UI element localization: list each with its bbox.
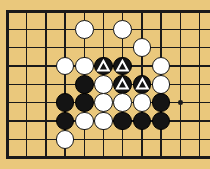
white-stone[interactable] — [133, 93, 152, 112]
black-stone-triangle-marked[interactable] — [133, 75, 152, 94]
grid-line — [6, 47, 210, 48]
black-stone[interactable] — [152, 93, 171, 112]
white-stone[interactable] — [113, 93, 132, 112]
black-stone[interactable] — [133, 112, 152, 131]
white-stone[interactable] — [113, 20, 132, 39]
white-stone[interactable] — [56, 130, 75, 149]
white-stone[interactable] — [152, 75, 171, 94]
black-stone-triangle-marked[interactable] — [113, 57, 132, 76]
white-stone[interactable] — [75, 112, 94, 131]
grid-line — [6, 10, 210, 13]
black-stone[interactable] — [113, 112, 132, 131]
white-stone[interactable] — [152, 57, 171, 76]
black-stone[interactable] — [75, 75, 94, 94]
black-stone-triangle-marked[interactable] — [113, 75, 132, 94]
black-stone[interactable] — [152, 112, 171, 131]
black-stone[interactable] — [75, 93, 94, 112]
triangle-mark-icon — [114, 76, 131, 93]
triangle-mark-icon — [134, 76, 151, 93]
go-board[interactable] — [0, 0, 210, 169]
triangle-mark-icon — [114, 58, 131, 75]
star-point — [178, 100, 183, 105]
black-stone-triangle-marked[interactable] — [94, 57, 113, 76]
grid-line — [6, 156, 210, 159]
white-stone[interactable] — [94, 112, 113, 131]
white-stone[interactable] — [94, 93, 113, 112]
go-board-diagram — [0, 0, 210, 169]
black-stone[interactable] — [56, 93, 75, 112]
white-stone[interactable] — [75, 57, 94, 76]
grid-line — [6, 29, 210, 30]
grid-line — [6, 139, 210, 140]
triangle-mark-icon — [95, 58, 112, 75]
white-stone[interactable] — [56, 57, 75, 76]
white-stone[interactable] — [75, 20, 94, 39]
white-stone[interactable] — [133, 38, 152, 57]
black-stone[interactable] — [56, 112, 75, 131]
white-stone[interactable] — [94, 75, 113, 94]
